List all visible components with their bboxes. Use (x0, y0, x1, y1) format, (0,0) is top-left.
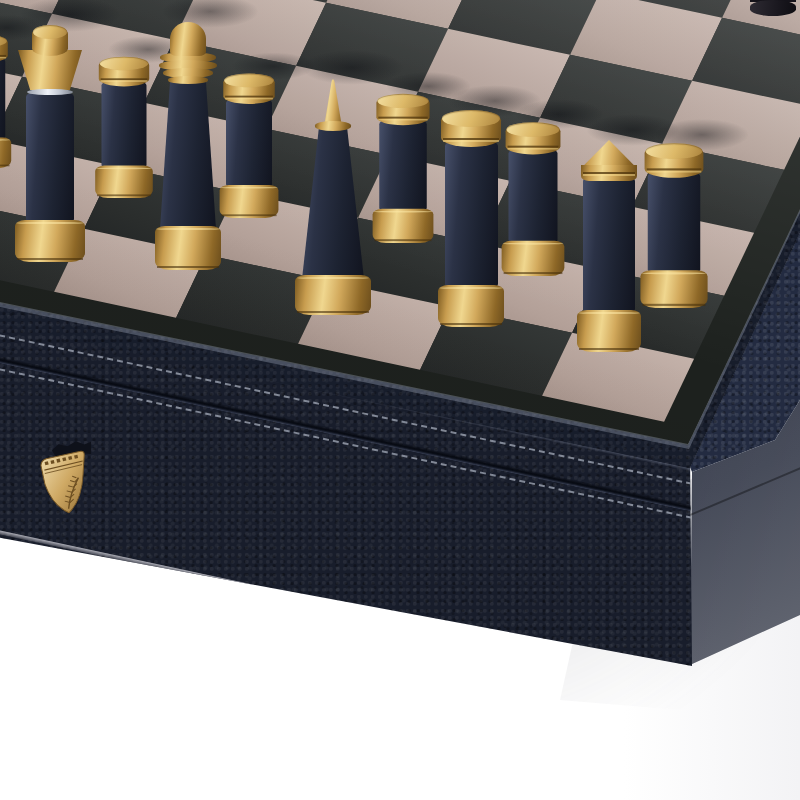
chess-piece-queen (0, 0, 120, 262)
chess-piece-knight (539, 52, 679, 352)
chess-piece-king (118, 0, 258, 270)
bottom-edge-piping (0, 524, 800, 769)
product-photo-stage (0, 0, 800, 800)
chess-piece-bishop (263, 15, 403, 315)
chess-piece-rook (401, 27, 541, 327)
brand-shield-badge-icon (37, 450, 93, 519)
